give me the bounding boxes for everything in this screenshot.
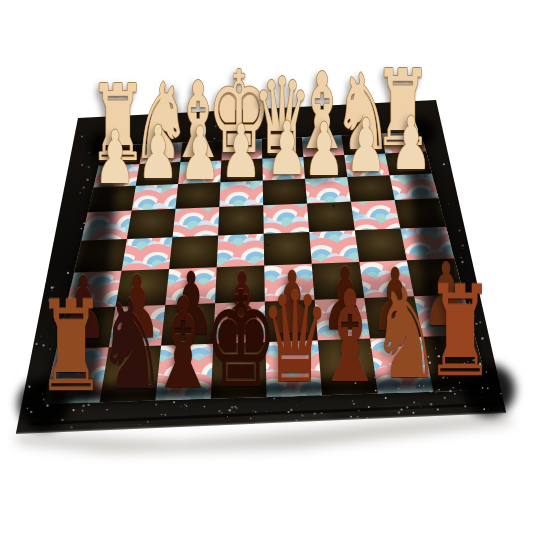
white-pawn-g2[interactable]: ♟ <box>137 116 178 189</box>
photo-scene: ♜♞♝♚♛♝♞♜♟♟♟♟♟♟♟♟♟♟♟♟♟♟♟♟♜♞♝♚♛♝♞♜ <box>0 0 533 533</box>
square-b4[interactable] <box>351 200 401 230</box>
speck <box>267 244 269 246</box>
square-c4[interactable] <box>307 202 355 232</box>
white-pawn-c2[interactable]: ♟ <box>304 113 345 186</box>
white-pawn-h2[interactable]: ♟ <box>95 121 136 194</box>
black-rook-h8[interactable]: ♜ <box>36 285 106 410</box>
white-pawn-b2[interactable]: ♟ <box>345 109 386 182</box>
square-f4[interactable] <box>173 207 220 237</box>
black-rook-a8[interactable]: ♜ <box>426 270 496 395</box>
speck <box>332 205 335 208</box>
square-e4[interactable] <box>218 205 264 235</box>
square-g4[interactable] <box>127 209 176 239</box>
white-pawn-f2[interactable]: ♟ <box>180 117 221 190</box>
white-pawn-a2[interactable]: ♟ <box>391 107 432 180</box>
square-d4[interactable] <box>263 204 309 234</box>
white-pawn-d2[interactable]: ♟ <box>267 112 308 185</box>
white-pawn-e2[interactable]: ♟ <box>220 115 261 188</box>
